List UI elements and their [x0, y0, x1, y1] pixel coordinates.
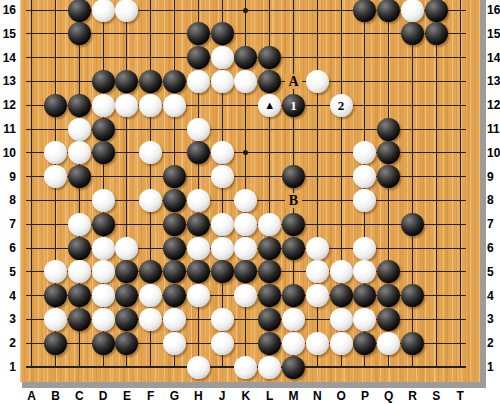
- row-label-right-10: 10: [487, 146, 500, 160]
- row-label-right-4: 4: [487, 289, 500, 303]
- col-label-R: R: [403, 389, 423, 403]
- col-label-K: K: [236, 389, 256, 403]
- row-label-right-6: 6: [487, 241, 500, 255]
- row-label-left-7: 7: [0, 217, 16, 231]
- row-label-right-5: 5: [487, 265, 500, 279]
- row-label-right-11: 11: [487, 122, 500, 136]
- col-label-E: E: [117, 389, 137, 403]
- row-label-left-13: 13: [0, 74, 16, 88]
- col-label-O: O: [331, 389, 351, 403]
- row-label-left-12: 12: [0, 98, 16, 112]
- col-label-M: M: [284, 389, 304, 403]
- col-label-P: P: [355, 389, 375, 403]
- col-label-G: G: [165, 389, 185, 403]
- row-label-right-9: 9: [487, 170, 500, 184]
- col-label-C: C: [69, 389, 89, 403]
- row-label-left-9: 9: [0, 170, 16, 184]
- row-label-right-3: 3: [487, 312, 500, 326]
- row-label-right-8: 8: [487, 193, 500, 207]
- row-label-left-14: 14: [0, 51, 16, 65]
- row-label-right-13: 13: [487, 74, 500, 88]
- row-label-left-2: 2: [0, 336, 16, 350]
- row-label-left-11: 11: [0, 122, 16, 136]
- col-label-J: J: [212, 389, 232, 403]
- col-label-B: B: [46, 389, 66, 403]
- row-label-right-2: 2: [487, 336, 500, 350]
- col-label-H: H: [188, 389, 208, 403]
- col-label-D: D: [93, 389, 113, 403]
- row-label-left-8: 8: [0, 193, 16, 207]
- row-label-left-1: 1: [0, 360, 16, 374]
- row-label-left-3: 3: [0, 312, 16, 326]
- row-label-left-4: 4: [0, 289, 16, 303]
- row-label-right-12: 12: [487, 98, 500, 112]
- row-label-left-15: 15: [0, 27, 16, 41]
- row-label-left-6: 6: [0, 241, 16, 255]
- go-diagram-page: 12▲AB 1616151514141313121211111010998877…: [0, 0, 500, 404]
- col-label-N: N: [307, 389, 327, 403]
- col-label-Q: Q: [379, 389, 399, 403]
- row-label-right-16: 16: [487, 3, 500, 17]
- col-label-T: T: [450, 389, 470, 403]
- col-label-L: L: [260, 389, 280, 403]
- coordinate-labels: 1616151514141313121211111010998877665544…: [0, 0, 500, 404]
- row-label-left-5: 5: [0, 265, 16, 279]
- col-label-S: S: [426, 389, 446, 403]
- row-label-right-15: 15: [487, 27, 500, 41]
- col-label-A: A: [22, 389, 42, 403]
- col-label-F: F: [141, 389, 161, 403]
- row-label-left-10: 10: [0, 146, 16, 160]
- row-label-right-14: 14: [487, 51, 500, 65]
- row-label-left-16: 16: [0, 3, 16, 17]
- row-label-right-1: 1: [487, 360, 500, 374]
- row-label-right-7: 7: [487, 217, 500, 231]
